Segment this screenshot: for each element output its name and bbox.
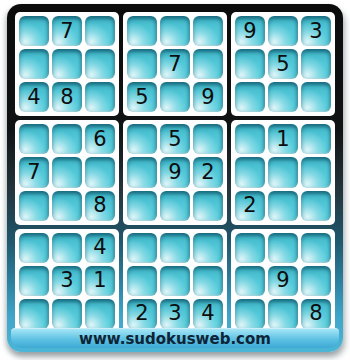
cell-r1c2[interactable]: 7: [52, 16, 82, 46]
website-url: www.sudokusweb.com: [79, 330, 271, 348]
cell-r9c4[interactable]: 2: [127, 299, 157, 329]
cell-r2c9[interactable]: [301, 49, 331, 79]
cell-r7c8[interactable]: [268, 233, 298, 263]
sudoku-board: 7487599356785921243123498 www.sudokusweb…: [7, 4, 343, 352]
cell-r1c6[interactable]: [193, 16, 223, 46]
cell-r1c8[interactable]: [268, 16, 298, 46]
cell-r6c5[interactable]: [160, 191, 190, 221]
cell-r2c1[interactable]: [19, 49, 49, 79]
cell-r6c7[interactable]: 2: [235, 191, 265, 221]
cell-r1c1[interactable]: [19, 16, 49, 46]
cell-r4c4[interactable]: [127, 124, 157, 154]
cell-r9c5[interactable]: 3: [160, 299, 190, 329]
cell-r8c3[interactable]: 1: [85, 266, 115, 296]
cell-r9c2[interactable]: [52, 299, 82, 329]
cell-r3c8[interactable]: [268, 82, 298, 112]
cell-r1c5[interactable]: [160, 16, 190, 46]
cell-r8c6[interactable]: [193, 266, 223, 296]
cell-r5c6[interactable]: 2: [193, 157, 223, 187]
cell-r3c3[interactable]: [85, 82, 115, 112]
cell-r6c4[interactable]: [127, 191, 157, 221]
cell-r5c1[interactable]: 7: [19, 157, 49, 187]
cell-r2c4[interactable]: [127, 49, 157, 79]
cell-r4c8[interactable]: 1: [268, 124, 298, 154]
box-4: 678: [15, 120, 119, 224]
cell-r3c1[interactable]: 4: [19, 82, 49, 112]
cell-r7c3[interactable]: 4: [85, 233, 115, 263]
cell-r3c5[interactable]: [160, 82, 190, 112]
cell-r2c6[interactable]: [193, 49, 223, 79]
cell-r2c3[interactable]: [85, 49, 115, 79]
cell-r4c3[interactable]: 6: [85, 124, 115, 154]
footer-bar: www.sudokusweb.com: [11, 328, 339, 348]
cell-r5c2[interactable]: [52, 157, 82, 187]
cell-r4c5[interactable]: 5: [160, 124, 190, 154]
cell-r4c9[interactable]: [301, 124, 331, 154]
sudoku-grid: 7487599356785921243123498: [15, 12, 335, 333]
box-8: 234: [123, 229, 227, 333]
cell-r3c9[interactable]: [301, 82, 331, 112]
cell-r1c3[interactable]: [85, 16, 115, 46]
cell-r6c6[interactable]: [193, 191, 223, 221]
cell-r6c9[interactable]: [301, 191, 331, 221]
cell-r2c2[interactable]: [52, 49, 82, 79]
cell-r5c8[interactable]: [268, 157, 298, 187]
cell-r7c5[interactable]: [160, 233, 190, 263]
cell-r3c2[interactable]: 8: [52, 82, 82, 112]
cell-r8c8[interactable]: 9: [268, 266, 298, 296]
cell-r8c4[interactable]: [127, 266, 157, 296]
cell-r9c8[interactable]: [268, 299, 298, 329]
cell-r2c8[interactable]: 5: [268, 49, 298, 79]
cell-r4c7[interactable]: [235, 124, 265, 154]
cell-r7c1[interactable]: [19, 233, 49, 263]
cell-r7c2[interactable]: [52, 233, 82, 263]
cell-r6c2[interactable]: [52, 191, 82, 221]
cell-r4c1[interactable]: [19, 124, 49, 154]
cell-r2c5[interactable]: 7: [160, 49, 190, 79]
cell-r7c6[interactable]: [193, 233, 223, 263]
cell-r4c2[interactable]: [52, 124, 82, 154]
cell-r9c3[interactable]: [85, 299, 115, 329]
cell-r7c7[interactable]: [235, 233, 265, 263]
cell-r9c6[interactable]: 4: [193, 299, 223, 329]
cell-r1c9[interactable]: 3: [301, 16, 331, 46]
box-6: 12: [231, 120, 335, 224]
cell-r3c6[interactable]: 9: [193, 82, 223, 112]
box-1: 748: [15, 12, 119, 116]
cell-r7c9[interactable]: [301, 233, 331, 263]
cell-r6c1[interactable]: [19, 191, 49, 221]
cell-r8c7[interactable]: [235, 266, 265, 296]
cell-r9c1[interactable]: [19, 299, 49, 329]
cell-r5c4[interactable]: [127, 157, 157, 187]
cell-r5c7[interactable]: [235, 157, 265, 187]
cell-r8c5[interactable]: [160, 266, 190, 296]
box-2: 759: [123, 12, 227, 116]
cell-r5c5[interactable]: 9: [160, 157, 190, 187]
cell-r6c3[interactable]: 8: [85, 191, 115, 221]
cell-r8c1[interactable]: [19, 266, 49, 296]
cell-r1c4[interactable]: [127, 16, 157, 46]
cell-r4c6[interactable]: [193, 124, 223, 154]
cell-r1c7[interactable]: 9: [235, 16, 265, 46]
cell-r5c3[interactable]: [85, 157, 115, 187]
cell-r5c9[interactable]: [301, 157, 331, 187]
box-9: 98: [231, 229, 335, 333]
cell-r9c7[interactable]: [235, 299, 265, 329]
box-3: 935: [231, 12, 335, 116]
cell-r9c9[interactable]: 8: [301, 299, 331, 329]
cell-r7c4[interactable]: [127, 233, 157, 263]
cell-r6c8[interactable]: [268, 191, 298, 221]
cell-r3c4[interactable]: 5: [127, 82, 157, 112]
cell-r8c2[interactable]: 3: [52, 266, 82, 296]
cell-r3c7[interactable]: [235, 82, 265, 112]
cell-r2c7[interactable]: [235, 49, 265, 79]
box-7: 431: [15, 229, 119, 333]
cell-r8c9[interactable]: [301, 266, 331, 296]
box-5: 592: [123, 120, 227, 224]
